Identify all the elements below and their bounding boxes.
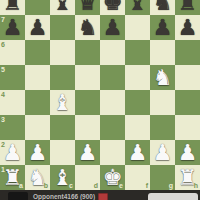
black-pawn-a7[interactable]: ♟ [3,15,23,40]
square-a6[interactable]: 6 [0,40,25,65]
rank-label-3: 3 [1,116,5,123]
square-a7[interactable]: 7♟ [0,15,25,40]
square-g5[interactable]: ♞ [150,65,175,90]
square-h2[interactable]: ♟ [175,140,200,165]
square-a8[interactable]: 8♜ [0,0,25,15]
black-knight-d7[interactable]: ♞ [78,15,98,40]
square-f8[interactable]: ♝ [125,0,150,15]
white-pawn-b2[interactable]: ♟ [28,140,48,165]
black-bishop-f8[interactable]: ♝ [128,0,148,15]
square-b3[interactable] [25,115,50,140]
square-d1[interactable]: d [75,165,100,190]
square-f3[interactable] [125,115,150,140]
black-rook-h8[interactable]: ♜ [178,0,198,15]
square-g3[interactable] [150,115,175,140]
square-e5[interactable] [100,65,125,90]
square-c1[interactable]: c♝ [50,165,75,190]
black-bishop-c8[interactable]: ♝ [53,0,73,15]
square-h7[interactable]: ♟ [175,15,200,40]
square-b5[interactable] [25,65,50,90]
player-avatar[interactable] [8,192,28,200]
file-label-f: f [146,182,148,189]
square-e1[interactable]: e♚ [100,165,125,190]
square-a1[interactable]: 1a♜ [0,165,25,190]
square-f7[interactable] [125,15,150,40]
black-pawn-g7[interactable]: ♟ [153,15,173,40]
square-h5[interactable] [175,65,200,90]
chess-board: 8♜♝♛♚♝♞♜7♟♟♞♟♟♟65♞4♝32♟♟♟♟♟♟1a♜b♞c♝de♚fg… [0,0,200,190]
square-f6[interactable] [125,40,150,65]
rank-label-6: 6 [1,41,5,48]
square-c6[interactable] [50,40,75,65]
white-knight-b1[interactable]: ♞ [28,165,48,190]
square-e6[interactable] [100,40,125,65]
square-g6[interactable] [150,40,175,65]
square-g2[interactable]: ♟ [150,140,175,165]
square-b1[interactable]: b♞ [25,165,50,190]
white-pawn-d2[interactable]: ♟ [78,140,98,165]
square-d3[interactable] [75,115,100,140]
white-bishop-c1[interactable]: ♝ [53,165,73,190]
square-c2[interactable] [50,140,75,165]
square-c8[interactable]: ♝ [50,0,75,15]
black-rook-a8[interactable]: ♜ [3,0,23,15]
white-pawn-g2[interactable]: ♟ [153,140,173,165]
black-king-e8[interactable]: ♚ [103,0,123,15]
square-e3[interactable] [100,115,125,140]
square-g4[interactable] [150,90,175,115]
player-info: Opponent4166 (900) [33,193,108,200]
square-d5[interactable] [75,65,100,90]
white-rook-h1[interactable]: ♜ [178,165,198,190]
square-g8[interactable]: ♞ [150,0,175,15]
square-f4[interactable] [125,90,150,115]
square-h3[interactable] [175,115,200,140]
square-c7[interactable] [50,15,75,40]
square-a2[interactable]: 2♟ [0,140,25,165]
black-queen-d8[interactable]: ♛ [78,0,98,15]
square-d4[interactable] [75,90,100,115]
white-pawn-a2[interactable]: ♟ [3,140,23,165]
square-f5[interactable] [125,65,150,90]
white-bishop-c4[interactable]: ♝ [53,90,73,115]
black-knight-g8[interactable]: ♞ [153,0,173,15]
square-e2[interactable] [100,140,125,165]
player-clock [148,193,198,200]
square-c3[interactable] [50,115,75,140]
square-d2[interactable]: ♟ [75,140,100,165]
rank-label-5: 5 [1,66,5,73]
square-h8[interactable]: ♜ [175,0,200,15]
player-bar: Opponent4166 (900) [0,190,200,200]
white-pawn-f2[interactable]: ♟ [128,140,148,165]
white-king-e1[interactable]: ♚ [103,165,123,190]
square-b2[interactable]: ♟ [25,140,50,165]
square-b6[interactable] [25,40,50,65]
square-g1[interactable]: g [150,165,175,190]
square-e4[interactable] [100,90,125,115]
square-g7[interactable]: ♟ [150,15,175,40]
square-b4[interactable] [25,90,50,115]
square-d7[interactable]: ♞ [75,15,100,40]
square-b7[interactable]: ♟ [25,15,50,40]
country-flag-icon [98,193,108,200]
square-h1[interactable]: h♜ [175,165,200,190]
player-username[interactable]: Opponent4166 (900) [33,193,95,200]
square-b8[interactable] [25,0,50,15]
white-rook-a1[interactable]: ♜ [3,165,23,190]
square-a3[interactable]: 3 [0,115,25,140]
square-a5[interactable]: 5 [0,65,25,90]
square-h4[interactable] [175,90,200,115]
chess-app-window: 8♜♝♛♚♝♞♜7♟♟♞♟♟♟65♞4♝32♟♟♟♟♟♟1a♜b♞c♝de♚fg… [0,0,200,200]
square-c5[interactable] [50,65,75,90]
square-f2[interactable]: ♟ [125,140,150,165]
black-pawn-b7[interactable]: ♟ [28,15,48,40]
black-pawn-e7[interactable]: ♟ [103,15,123,40]
file-label-d: d [94,182,98,189]
square-e7[interactable]: ♟ [100,15,125,40]
square-d6[interactable] [75,40,100,65]
square-a4[interactable]: 4 [0,90,25,115]
square-d8[interactable]: ♛ [75,0,100,15]
rank-label-4: 4 [1,91,5,98]
white-pawn-h2[interactable]: ♟ [178,140,198,165]
square-e8[interactable]: ♚ [100,0,125,15]
square-c4[interactable]: ♝ [50,90,75,115]
black-pawn-h7[interactable]: ♟ [178,15,198,40]
square-f1[interactable]: f [125,165,150,190]
white-knight-g5[interactable]: ♞ [153,65,173,90]
square-h6[interactable] [175,40,200,65]
file-label-g: g [169,182,173,189]
